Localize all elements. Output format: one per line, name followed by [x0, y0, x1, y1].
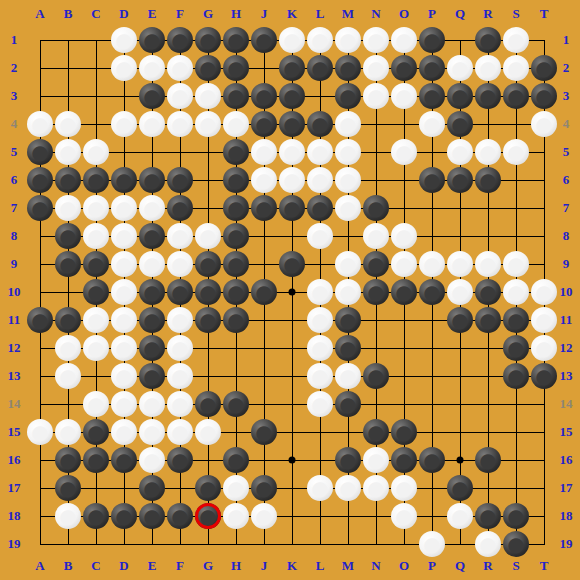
black-stone-K2: ● — [279, 55, 305, 81]
white-stone-F9: ● — [167, 251, 193, 277]
white-stone-K1: ● — [279, 27, 305, 53]
white-stone-M17: ● — [335, 475, 361, 501]
white-stone-E4: ● — [139, 111, 165, 137]
black-stone-E13: ● — [139, 363, 165, 389]
white-stone-R19: ● — [475, 531, 501, 557]
white-stone-Q18: ● — [447, 503, 473, 529]
black-stone-E1: ● — [139, 27, 165, 53]
row-label-right-17: 17 — [560, 480, 573, 496]
black-stone-R1: ● — [475, 27, 501, 53]
white-stone-A15: ● — [27, 419, 53, 445]
column-label-top-G: G — [203, 6, 213, 22]
column-label-bottom-H: H — [231, 558, 241, 574]
black-stone-Q6: ● — [447, 167, 473, 193]
white-stone-J6: ● — [251, 167, 277, 193]
row-label-right-19: 19 — [560, 536, 573, 552]
black-stone-H10: ● — [223, 279, 249, 305]
white-stone-N3: ● — [363, 83, 389, 109]
column-label-top-C: C — [91, 6, 100, 22]
black-stone-J10: ● — [251, 279, 277, 305]
white-stone-E2: ● — [139, 55, 165, 81]
row-label-right-3: 3 — [563, 88, 570, 104]
black-stone-S3: ● — [503, 83, 529, 109]
white-stone-D1: ● — [111, 27, 137, 53]
white-stone-J5: ● — [251, 139, 277, 165]
white-stone-F14: ● — [167, 391, 193, 417]
star-point-Q16 — [457, 457, 464, 464]
black-stone-Q4: ● — [447, 111, 473, 137]
black-stone-B6: ● — [55, 167, 81, 193]
row-label-left-11: 11 — [8, 312, 20, 328]
white-stone-F2: ● — [167, 55, 193, 81]
row-label-left-14: 14 — [8, 396, 21, 412]
white-stone-G8: ● — [195, 223, 221, 249]
white-stone-F12: ● — [167, 335, 193, 361]
white-stone-D14: ● — [111, 391, 137, 417]
black-stone-N10: ● — [363, 279, 389, 305]
black-stone-Q17: ● — [447, 475, 473, 501]
black-stone-J15: ● — [251, 419, 277, 445]
white-stone-C8: ● — [83, 223, 109, 249]
white-stone-O3: ● — [391, 83, 417, 109]
black-stone-F18: ● — [167, 503, 193, 529]
row-label-left-5: 5 — [11, 144, 18, 160]
white-stone-K6: ● — [279, 167, 305, 193]
black-stone-R10: ● — [475, 279, 501, 305]
black-stone-F1: ● — [167, 27, 193, 53]
white-stone-F4: ● — [167, 111, 193, 137]
column-label-top-S: S — [512, 6, 519, 22]
black-stone-G11: ● — [195, 307, 221, 333]
white-stone-L11: ● — [307, 307, 333, 333]
column-label-top-F: F — [176, 6, 184, 22]
black-stone-C9: ● — [83, 251, 109, 277]
white-stone-H4: ● — [223, 111, 249, 137]
white-stone-N17: ● — [363, 475, 389, 501]
black-stone-H11: ● — [223, 307, 249, 333]
black-stone-S11: ● — [503, 307, 529, 333]
black-stone-C6: ● — [83, 167, 109, 193]
row-label-left-13: 13 — [8, 368, 21, 384]
black-stone-R6: ● — [475, 167, 501, 193]
white-stone-E14: ● — [139, 391, 165, 417]
column-label-bottom-C: C — [91, 558, 100, 574]
white-stone-T10: ● — [531, 279, 557, 305]
black-stone-L2: ● — [307, 55, 333, 81]
white-stone-P19: ● — [419, 531, 445, 557]
black-stone-M12: ● — [335, 335, 361, 361]
white-stone-B5: ● — [55, 139, 81, 165]
black-stone-F16: ● — [167, 447, 193, 473]
black-stone-T3: ● — [531, 83, 557, 109]
white-stone-B4: ● — [55, 111, 81, 137]
black-stone-M11: ● — [335, 307, 361, 333]
white-stone-C12: ● — [83, 335, 109, 361]
row-label-left-3: 3 — [11, 88, 18, 104]
row-label-right-1: 1 — [563, 32, 570, 48]
black-stone-Q11: ● — [447, 307, 473, 333]
column-label-bottom-A: A — [35, 558, 44, 574]
white-stone-D15: ● — [111, 419, 137, 445]
white-stone-M13: ● — [335, 363, 361, 389]
column-label-top-Q: Q — [455, 6, 465, 22]
black-stone-F6: ● — [167, 167, 193, 193]
last-move-marker — [195, 503, 221, 529]
row-label-right-13: 13 — [560, 368, 573, 384]
column-label-bottom-B: B — [64, 558, 73, 574]
column-label-top-H: H — [231, 6, 241, 22]
black-stone-P10: ● — [419, 279, 445, 305]
black-stone-B9: ● — [55, 251, 81, 277]
white-stone-O18: ● — [391, 503, 417, 529]
black-stone-C10: ● — [83, 279, 109, 305]
white-stone-B12: ● — [55, 335, 81, 361]
black-stone-J7: ● — [251, 195, 277, 221]
column-label-top-O: O — [399, 6, 409, 22]
column-label-bottom-P: P — [428, 558, 436, 574]
white-stone-L5: ● — [307, 139, 333, 165]
column-label-top-P: P — [428, 6, 436, 22]
white-stone-C11: ● — [83, 307, 109, 333]
black-stone-H9: ● — [223, 251, 249, 277]
column-label-top-N: N — [371, 6, 380, 22]
star-point-K16 — [289, 457, 296, 464]
black-stone-J1: ● — [251, 27, 277, 53]
white-stone-K5: ● — [279, 139, 305, 165]
white-stone-M4: ● — [335, 111, 361, 137]
black-stone-M2: ● — [335, 55, 361, 81]
white-stone-F13: ● — [167, 363, 193, 389]
column-label-top-A: A — [35, 6, 44, 22]
white-stone-L8: ● — [307, 223, 333, 249]
white-stone-C7: ● — [83, 195, 109, 221]
column-label-top-B: B — [64, 6, 73, 22]
row-label-right-6: 6 — [563, 172, 570, 188]
white-stone-M1: ● — [335, 27, 361, 53]
black-stone-J3: ● — [251, 83, 277, 109]
row-label-right-7: 7 — [563, 200, 570, 216]
white-stone-M6: ● — [335, 167, 361, 193]
black-stone-O16: ● — [391, 447, 417, 473]
black-stone-E3: ● — [139, 83, 165, 109]
black-stone-E6: ● — [139, 167, 165, 193]
star-point-K10 — [289, 289, 296, 296]
column-label-bottom-T: T — [540, 558, 549, 574]
column-label-top-R: R — [483, 6, 492, 22]
white-stone-R5: ● — [475, 139, 501, 165]
white-stone-F3: ● — [167, 83, 193, 109]
black-stone-G2: ● — [195, 55, 221, 81]
column-label-top-D: D — [119, 6, 128, 22]
column-label-top-E: E — [148, 6, 157, 22]
white-stone-S9: ● — [503, 251, 529, 277]
row-label-right-12: 12 — [560, 340, 573, 356]
black-stone-A6: ● — [27, 167, 53, 193]
white-stone-D11: ● — [111, 307, 137, 333]
black-stone-D6: ● — [111, 167, 137, 193]
black-stone-G1: ● — [195, 27, 221, 53]
row-label-left-1: 1 — [11, 32, 18, 48]
black-stone-Q3: ● — [447, 83, 473, 109]
white-stone-L14: ● — [307, 391, 333, 417]
white-stone-D7: ● — [111, 195, 137, 221]
black-stone-K7: ● — [279, 195, 305, 221]
row-label-right-8: 8 — [563, 228, 570, 244]
white-stone-L1: ● — [307, 27, 333, 53]
white-stone-D10: ● — [111, 279, 137, 305]
white-stone-O8: ● — [391, 223, 417, 249]
black-stone-N15: ● — [363, 419, 389, 445]
black-stone-C16: ● — [83, 447, 109, 473]
column-label-bottom-K: K — [287, 558, 297, 574]
white-stone-Q5: ● — [447, 139, 473, 165]
white-stone-O5: ● — [391, 139, 417, 165]
black-stone-B16: ● — [55, 447, 81, 473]
white-stone-R9: ● — [475, 251, 501, 277]
white-stone-L6: ● — [307, 167, 333, 193]
black-stone-R3: ● — [475, 83, 501, 109]
white-stone-L10: ● — [307, 279, 333, 305]
black-stone-H16: ● — [223, 447, 249, 473]
white-stone-B18: ● — [55, 503, 81, 529]
white-stone-B7: ● — [55, 195, 81, 221]
black-stone-K3: ● — [279, 83, 305, 109]
row-label-left-15: 15 — [8, 424, 21, 440]
white-stone-G3: ● — [195, 83, 221, 109]
white-stone-P9: ● — [419, 251, 445, 277]
white-stone-S2: ● — [503, 55, 529, 81]
white-stone-B15: ● — [55, 419, 81, 445]
row-label-right-16: 16 — [560, 452, 573, 468]
black-stone-E8: ● — [139, 223, 165, 249]
white-stone-S5: ● — [503, 139, 529, 165]
white-stone-M9: ● — [335, 251, 361, 277]
white-stone-P4: ● — [419, 111, 445, 137]
column-label-bottom-R: R — [483, 558, 492, 574]
white-stone-N8: ● — [363, 223, 389, 249]
white-stone-E16: ● — [139, 447, 165, 473]
column-label-bottom-D: D — [119, 558, 128, 574]
white-stone-F8: ● — [167, 223, 193, 249]
black-stone-T13: ● — [531, 363, 557, 389]
black-stone-G10: ● — [195, 279, 221, 305]
black-stone-S13: ● — [503, 363, 529, 389]
column-label-bottom-S: S — [512, 558, 519, 574]
black-stone-R16: ● — [475, 447, 501, 473]
white-stone-E15: ● — [139, 419, 165, 445]
row-label-right-14: 14 — [560, 396, 573, 412]
black-stone-H7: ● — [223, 195, 249, 221]
black-stone-E18: ● — [139, 503, 165, 529]
white-stone-D13: ● — [111, 363, 137, 389]
black-stone-E10: ● — [139, 279, 165, 305]
black-stone-P1: ● — [419, 27, 445, 53]
white-stone-T4: ● — [531, 111, 557, 137]
black-stone-E17: ● — [139, 475, 165, 501]
white-stone-B13: ● — [55, 363, 81, 389]
white-stone-L13: ● — [307, 363, 333, 389]
column-label-top-J: J — [261, 6, 268, 22]
black-stone-H5: ● — [223, 139, 249, 165]
black-stone-S19: ● — [503, 531, 529, 557]
black-stone-R18: ● — [475, 503, 501, 529]
row-label-left-18: 18 — [8, 508, 21, 524]
black-stone-G9: ● — [195, 251, 221, 277]
black-stone-T2: ● — [531, 55, 557, 81]
black-stone-B8: ● — [55, 223, 81, 249]
row-label-right-10: 10 — [560, 284, 573, 300]
black-stone-M14: ● — [335, 391, 361, 417]
row-label-right-15: 15 — [560, 424, 573, 440]
black-stone-M16: ● — [335, 447, 361, 473]
white-stone-N16: ● — [363, 447, 389, 473]
black-stone-O15: ● — [391, 419, 417, 445]
white-stone-N1: ● — [363, 27, 389, 53]
black-stone-F7: ● — [167, 195, 193, 221]
black-stone-S18: ● — [503, 503, 529, 529]
row-label-right-9: 9 — [563, 256, 570, 272]
white-stone-T12: ● — [531, 335, 557, 361]
white-stone-N2: ● — [363, 55, 389, 81]
column-label-top-L: L — [316, 6, 325, 22]
column-label-top-M: M — [342, 6, 354, 22]
white-stone-F11: ● — [167, 307, 193, 333]
row-label-left-10: 10 — [8, 284, 21, 300]
white-stone-S1: ● — [503, 27, 529, 53]
black-stone-J17: ● — [251, 475, 277, 501]
row-label-right-4: 4 — [563, 116, 570, 132]
column-label-top-T: T — [540, 6, 549, 22]
black-stone-O10: ● — [391, 279, 417, 305]
white-stone-E9: ● — [139, 251, 165, 277]
white-stone-M10: ● — [335, 279, 361, 305]
black-stone-H3: ● — [223, 83, 249, 109]
white-stone-L12: ● — [307, 335, 333, 361]
row-label-left-17: 17 — [8, 480, 21, 496]
black-stone-G17: ● — [195, 475, 221, 501]
row-label-right-18: 18 — [560, 508, 573, 524]
black-stone-B17: ● — [55, 475, 81, 501]
black-stone-D16: ● — [111, 447, 137, 473]
white-stone-M5: ● — [335, 139, 361, 165]
column-label-bottom-Q: Q — [455, 558, 465, 574]
row-label-left-8: 8 — [11, 228, 18, 244]
white-stone-D12: ● — [111, 335, 137, 361]
row-label-right-11: 11 — [560, 312, 572, 328]
column-label-bottom-F: F — [176, 558, 184, 574]
white-stone-R2: ● — [475, 55, 501, 81]
row-label-left-12: 12 — [8, 340, 21, 356]
black-stone-N7: ● — [363, 195, 389, 221]
white-stone-D9: ● — [111, 251, 137, 277]
black-stone-D18: ● — [111, 503, 137, 529]
black-stone-H2: ● — [223, 55, 249, 81]
white-stone-G4: ● — [195, 111, 221, 137]
white-stone-A4: ● — [27, 111, 53, 137]
white-stone-T11: ● — [531, 307, 557, 333]
white-stone-O9: ● — [391, 251, 417, 277]
black-stone-H6: ● — [223, 167, 249, 193]
white-stone-Q10: ● — [447, 279, 473, 305]
black-stone-K4: ● — [279, 111, 305, 137]
column-label-bottom-E: E — [148, 558, 157, 574]
black-stone-R11: ● — [475, 307, 501, 333]
black-stone-O2: ● — [391, 55, 417, 81]
row-label-left-7: 7 — [11, 200, 18, 216]
white-stone-E7: ● — [139, 195, 165, 221]
black-stone-F10: ● — [167, 279, 193, 305]
white-stone-C14: ● — [83, 391, 109, 417]
row-label-left-6: 6 — [11, 172, 18, 188]
column-label-top-K: K — [287, 6, 297, 22]
black-stone-P6: ● — [419, 167, 445, 193]
black-stone-E12: ● — [139, 335, 165, 361]
black-stone-M3: ● — [335, 83, 361, 109]
row-label-left-19: 19 — [8, 536, 21, 552]
white-stone-Q2: ● — [447, 55, 473, 81]
column-label-bottom-J: J — [261, 558, 268, 574]
black-stone-K9: ● — [279, 251, 305, 277]
black-stone-L7: ● — [307, 195, 333, 221]
white-stone-D2: ● — [111, 55, 137, 81]
black-stone-P16: ● — [419, 447, 445, 473]
black-stone-L4: ● — [307, 111, 333, 137]
black-stone-A5: ● — [27, 139, 53, 165]
black-stone-P3: ● — [419, 83, 445, 109]
white-stone-Q9: ● — [447, 251, 473, 277]
go-board[interactable]: AABBCCDDEEFFGGHHJJKKLLMMNNOOPPQQRRSSTT11… — [0, 0, 580, 580]
black-stone-B11: ● — [55, 307, 81, 333]
white-stone-L17: ● — [307, 475, 333, 501]
white-stone-O17: ● — [391, 475, 417, 501]
white-stone-H18: ● — [223, 503, 249, 529]
black-stone-J4: ● — [251, 111, 277, 137]
grid-line-horizontal — [40, 544, 545, 545]
black-stone-E11: ● — [139, 307, 165, 333]
black-stone-G14: ● — [195, 391, 221, 417]
black-stone-H14: ● — [223, 391, 249, 417]
column-label-bottom-N: N — [371, 558, 380, 574]
white-stone-D8: ● — [111, 223, 137, 249]
row-label-left-16: 16 — [8, 452, 21, 468]
white-stone-S10: ● — [503, 279, 529, 305]
column-label-bottom-L: L — [316, 558, 325, 574]
column-label-bottom-O: O — [399, 558, 409, 574]
black-stone-N9: ● — [363, 251, 389, 277]
row-label-left-4: 4 — [11, 116, 18, 132]
white-stone-F15: ● — [167, 419, 193, 445]
row-label-left-2: 2 — [11, 60, 18, 76]
black-stone-N13: ● — [363, 363, 389, 389]
white-stone-M7: ● — [335, 195, 361, 221]
black-stone-A11: ● — [27, 307, 53, 333]
column-label-bottom-M: M — [342, 558, 354, 574]
row-label-right-2: 2 — [563, 60, 570, 76]
white-stone-C5: ● — [83, 139, 109, 165]
black-stone-C18: ● — [83, 503, 109, 529]
white-stone-D4: ● — [111, 111, 137, 137]
white-stone-H17: ● — [223, 475, 249, 501]
white-stone-J18: ● — [251, 503, 277, 529]
black-stone-H8: ● — [223, 223, 249, 249]
black-stone-C15: ● — [83, 419, 109, 445]
black-stone-A7: ● — [27, 195, 53, 221]
white-stone-G15: ● — [195, 419, 221, 445]
black-stone-H1: ● — [223, 27, 249, 53]
row-label-left-9: 9 — [11, 256, 18, 272]
black-stone-P2: ● — [419, 55, 445, 81]
row-label-right-5: 5 — [563, 144, 570, 160]
